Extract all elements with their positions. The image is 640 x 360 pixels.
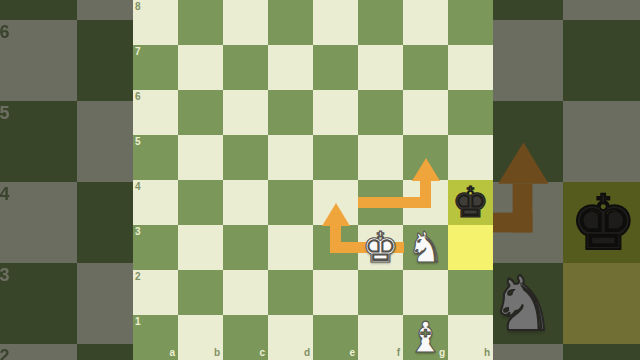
white-knight-g3[interactable]: ♞ [403,225,448,270]
video-frame: 87654321abcdefgh♚♞♝♚ 87654321abcdefgh♚♞♝… [0,0,640,360]
pieces-layer: ♚♞♝♚ [133,0,493,360]
white-king-f3[interactable]: ♚ [358,225,403,270]
white-bishop-g1[interactable]: ♝ [403,315,448,360]
chess-board[interactable]: 87654321abcdefgh♚♞♝♚ [133,0,493,360]
white-knight-g3: ♞ [482,263,563,344]
black-king-h4: ♚ [563,182,640,263]
main-board-area: 87654321abcdefgh♚♞♝♚ [133,0,493,360]
black-king-h4[interactable]: ♚ [448,180,493,225]
